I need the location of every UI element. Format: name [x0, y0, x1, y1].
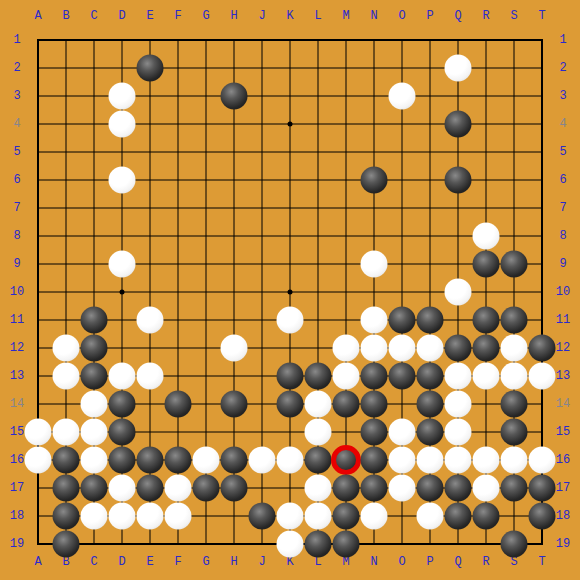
row-label-right: 4: [559, 118, 566, 130]
white-stone-Q13[interactable]: [445, 363, 472, 390]
black-stone-S17[interactable]: [501, 475, 528, 502]
row-label-left: 17: [10, 482, 24, 494]
white-stone-Q15[interactable]: [445, 419, 472, 446]
column-label-top: Q: [454, 10, 461, 22]
white-stone-S13[interactable]: [501, 363, 528, 390]
black-stone-S14[interactable]: [501, 391, 528, 418]
column-label-top: O: [398, 10, 405, 22]
row-label-right: 11: [556, 314, 570, 326]
column-label-top: C: [90, 10, 97, 22]
row-label-right: 3: [559, 90, 566, 102]
star-point: [288, 290, 293, 295]
go-board-window: AABBCCDDEEFFGGHHJJKKLLMMNNOOPPQQRRSSTT11…: [0, 0, 580, 580]
black-stone-B18[interactable]: [53, 503, 80, 530]
white-stone-A15[interactable]: [25, 419, 52, 446]
row-label-left: 11: [10, 314, 24, 326]
black-stone-T18[interactable]: [529, 503, 556, 530]
row-label-right: 6: [559, 174, 566, 186]
white-stone-C16[interactable]: [81, 447, 108, 474]
black-stone-N15[interactable]: [361, 419, 388, 446]
white-stone-D6[interactable]: [109, 167, 136, 194]
white-stone-E13[interactable]: [137, 363, 164, 390]
white-stone-D4[interactable]: [109, 111, 136, 138]
black-stone-S15[interactable]: [501, 419, 528, 446]
white-stone-N18[interactable]: [361, 503, 388, 530]
column-label-bottom: B: [62, 556, 69, 568]
white-stone-B13[interactable]: [53, 363, 80, 390]
black-stone-M17[interactable]: [333, 475, 360, 502]
column-label-bottom: D: [118, 556, 125, 568]
row-label-left: 16: [10, 454, 24, 466]
white-stone-E18[interactable]: [137, 503, 164, 530]
white-stone-O16[interactable]: [389, 447, 416, 474]
row-label-left: 19: [10, 538, 24, 550]
column-label-top: H: [230, 10, 237, 22]
row-label-left: 1: [13, 34, 20, 46]
column-label-top: P: [426, 10, 433, 22]
white-stone-K18[interactable]: [277, 503, 304, 530]
row-label-left: 10: [10, 286, 24, 298]
white-stone-P12[interactable]: [417, 335, 444, 362]
star-point: [288, 122, 293, 127]
black-stone-B17[interactable]: [53, 475, 80, 502]
column-label-top: F: [174, 10, 181, 22]
white-stone-T16[interactable]: [529, 447, 556, 474]
row-label-left: 9: [13, 258, 20, 270]
white-stone-E11[interactable]: [137, 307, 164, 334]
black-stone-P15[interactable]: [417, 419, 444, 446]
black-stone-S19[interactable]: [501, 531, 528, 558]
column-label-bottom: L: [314, 556, 321, 568]
white-stone-D3[interactable]: [109, 83, 136, 110]
white-stone-S16[interactable]: [501, 447, 528, 474]
black-stone-Q6[interactable]: [445, 167, 472, 194]
star-point: [120, 290, 125, 295]
black-stone-D15[interactable]: [109, 419, 136, 446]
white-stone-B12[interactable]: [53, 335, 80, 362]
white-stone-L14[interactable]: [305, 391, 332, 418]
row-label-left: 18: [10, 510, 24, 522]
black-stone-C13[interactable]: [81, 363, 108, 390]
white-stone-N9[interactable]: [361, 251, 388, 278]
row-label-right: 5: [559, 146, 566, 158]
black-stone-T12[interactable]: [529, 335, 556, 362]
white-stone-Q16[interactable]: [445, 447, 472, 474]
white-stone-Q10[interactable]: [445, 279, 472, 306]
white-stone-Q2[interactable]: [445, 55, 472, 82]
row-label-right: 16: [556, 454, 570, 466]
row-label-right: 15: [556, 426, 570, 438]
column-label-bottom: F: [174, 556, 181, 568]
row-label-left: 13: [10, 370, 24, 382]
row-label-right: 18: [556, 510, 570, 522]
white-stone-R17[interactable]: [473, 475, 500, 502]
white-stone-N12[interactable]: [361, 335, 388, 362]
column-label-bottom: C: [90, 556, 97, 568]
white-stone-O17[interactable]: [389, 475, 416, 502]
white-stone-K11[interactable]: [277, 307, 304, 334]
white-stone-H12[interactable]: [221, 335, 248, 362]
column-label-bottom: Q: [454, 556, 461, 568]
column-label-bottom: H: [230, 556, 237, 568]
row-label-right: 13: [556, 370, 570, 382]
black-stone-E2[interactable]: [137, 55, 164, 82]
column-label-bottom: P: [426, 556, 433, 568]
column-label-top: E: [146, 10, 153, 22]
black-stone-D14[interactable]: [109, 391, 136, 418]
column-label-top: B: [62, 10, 69, 22]
row-label-right: 9: [559, 258, 566, 270]
row-label-left: 12: [10, 342, 24, 354]
white-stone-C14[interactable]: [81, 391, 108, 418]
black-stone-O13[interactable]: [389, 363, 416, 390]
row-label-left: 3: [13, 90, 20, 102]
black-stone-B19[interactable]: [53, 531, 80, 558]
column-label-bottom: T: [538, 556, 545, 568]
white-stone-A16[interactable]: [25, 447, 52, 474]
white-stone-M13[interactable]: [333, 363, 360, 390]
black-stone-D16[interactable]: [109, 447, 136, 474]
black-stone-Q4[interactable]: [445, 111, 472, 138]
row-label-right: 7: [559, 202, 566, 214]
white-stone-D18[interactable]: [109, 503, 136, 530]
column-label-top: N: [370, 10, 377, 22]
black-stone-N13[interactable]: [361, 363, 388, 390]
row-label-left: 5: [13, 146, 20, 158]
black-stone-H3[interactable]: [221, 83, 248, 110]
column-label-bottom: N: [370, 556, 377, 568]
black-stone-L16[interactable]: [305, 447, 332, 474]
column-label-bottom: K: [286, 556, 293, 568]
black-stone-P11[interactable]: [417, 307, 444, 334]
column-label-top: L: [314, 10, 321, 22]
black-stone-C11[interactable]: [81, 307, 108, 334]
column-label-top: J: [258, 10, 265, 22]
white-stone-D13[interactable]: [109, 363, 136, 390]
white-stone-R8[interactable]: [473, 223, 500, 250]
white-stone-F17[interactable]: [165, 475, 192, 502]
black-stone-E16[interactable]: [137, 447, 164, 474]
column-label-bottom: E: [146, 556, 153, 568]
black-stone-C12[interactable]: [81, 335, 108, 362]
black-stone-S11[interactable]: [501, 307, 528, 334]
black-stone-J18[interactable]: [249, 503, 276, 530]
black-stone-T17[interactable]: [529, 475, 556, 502]
black-stone-K13[interactable]: [277, 363, 304, 390]
white-stone-C18[interactable]: [81, 503, 108, 530]
row-label-right: 17: [556, 482, 570, 494]
white-stone-L18[interactable]: [305, 503, 332, 530]
white-stone-O15[interactable]: [389, 419, 416, 446]
white-stone-J16[interactable]: [249, 447, 276, 474]
column-label-top: S: [510, 10, 517, 22]
white-stone-P18[interactable]: [417, 503, 444, 530]
white-stone-N11[interactable]: [361, 307, 388, 334]
black-stone-E17[interactable]: [137, 475, 164, 502]
white-stone-Q14[interactable]: [445, 391, 472, 418]
white-stone-T13[interactable]: [529, 363, 556, 390]
black-stone-L13[interactable]: [305, 363, 332, 390]
white-stone-P16[interactable]: [417, 447, 444, 474]
last-move-marker: [331, 445, 361, 475]
black-stone-L19[interactable]: [305, 531, 332, 558]
black-stone-O11[interactable]: [389, 307, 416, 334]
column-label-top: T: [538, 10, 545, 22]
black-stone-Q17[interactable]: [445, 475, 472, 502]
row-label-left: 7: [13, 202, 20, 214]
black-stone-M19[interactable]: [333, 531, 360, 558]
column-label-top: M: [342, 10, 349, 22]
black-stone-P13[interactable]: [417, 363, 444, 390]
black-stone-H16[interactable]: [221, 447, 248, 474]
black-stone-N14[interactable]: [361, 391, 388, 418]
column-label-top: D: [118, 10, 125, 22]
column-label-bottom: J: [258, 556, 265, 568]
white-stone-K16[interactable]: [277, 447, 304, 474]
column-label-bottom: O: [398, 556, 405, 568]
black-stone-B16[interactable]: [53, 447, 80, 474]
white-stone-L15[interactable]: [305, 419, 332, 446]
black-stone-N17[interactable]: [361, 475, 388, 502]
column-label-bottom: G: [202, 556, 209, 568]
column-label-bottom: S: [510, 556, 517, 568]
white-stone-D9[interactable]: [109, 251, 136, 278]
white-stone-C15[interactable]: [81, 419, 108, 446]
row-label-right: 14: [556, 398, 570, 410]
column-label-bottom: M: [342, 556, 349, 568]
white-stone-B15[interactable]: [53, 419, 80, 446]
black-stone-M14[interactable]: [333, 391, 360, 418]
black-stone-R12[interactable]: [473, 335, 500, 362]
black-stone-F14[interactable]: [165, 391, 192, 418]
black-stone-N16[interactable]: [361, 447, 388, 474]
white-stone-F18[interactable]: [165, 503, 192, 530]
white-stone-M12[interactable]: [333, 335, 360, 362]
black-stone-N6[interactable]: [361, 167, 388, 194]
row-label-right: 19: [556, 538, 570, 550]
row-label-left: 4: [13, 118, 20, 130]
black-stone-P17[interactable]: [417, 475, 444, 502]
white-stone-K19[interactable]: [277, 531, 304, 558]
white-stone-D17[interactable]: [109, 475, 136, 502]
row-label-left: 15: [10, 426, 24, 438]
black-stone-M18[interactable]: [333, 503, 360, 530]
black-stone-S9[interactable]: [501, 251, 528, 278]
black-stone-C17[interactable]: [81, 475, 108, 502]
row-label-left: 8: [13, 230, 20, 242]
row-label-right: 8: [559, 230, 566, 242]
column-label-bottom: R: [482, 556, 489, 568]
black-stone-Q12[interactable]: [445, 335, 472, 362]
white-stone-O12[interactable]: [389, 335, 416, 362]
black-stone-R11[interactable]: [473, 307, 500, 334]
row-label-left: 6: [13, 174, 20, 186]
black-stone-G17[interactable]: [193, 475, 220, 502]
white-stone-G16[interactable]: [193, 447, 220, 474]
column-label-top: A: [34, 10, 41, 22]
black-stone-H17[interactable]: [221, 475, 248, 502]
black-stone-R9[interactable]: [473, 251, 500, 278]
black-stone-F16[interactable]: [165, 447, 192, 474]
column-label-top: G: [202, 10, 209, 22]
white-stone-R16[interactable]: [473, 447, 500, 474]
white-stone-O3[interactable]: [389, 83, 416, 110]
row-label-left: 14: [10, 398, 24, 410]
white-stone-L17[interactable]: [305, 475, 332, 502]
row-label-right: 12: [556, 342, 570, 354]
column-label-top: K: [286, 10, 293, 22]
black-stone-R18[interactable]: [473, 503, 500, 530]
white-stone-R13[interactable]: [473, 363, 500, 390]
row-label-right: 10: [556, 286, 570, 298]
white-stone-S12[interactable]: [501, 335, 528, 362]
black-stone-K14[interactable]: [277, 391, 304, 418]
row-label-left: 2: [13, 62, 20, 74]
column-label-top: R: [482, 10, 489, 22]
row-label-right: 1: [559, 34, 566, 46]
row-label-right: 2: [559, 62, 566, 74]
black-stone-H14[interactable]: [221, 391, 248, 418]
column-label-bottom: A: [34, 556, 41, 568]
black-stone-P14[interactable]: [417, 391, 444, 418]
black-stone-Q18[interactable]: [445, 503, 472, 530]
